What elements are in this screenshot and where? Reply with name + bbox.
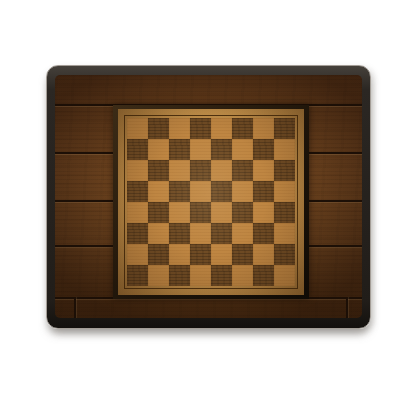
square-d3[interactable] <box>190 223 211 244</box>
square-g4[interactable] <box>253 202 274 223</box>
square-f2[interactable] <box>232 244 253 265</box>
square-b4[interactable] <box>148 202 169 223</box>
plank-seam-right-3 <box>309 245 362 247</box>
plank-seam-right-1 <box>309 152 362 154</box>
square-e8[interactable] <box>211 118 232 139</box>
game-table-photo <box>0 0 416 416</box>
square-d1[interactable] <box>190 265 211 286</box>
square-e6[interactable] <box>211 160 232 181</box>
square-g7[interactable] <box>253 139 274 160</box>
square-b1[interactable] <box>148 265 169 286</box>
square-c5[interactable] <box>169 181 190 202</box>
square-e7[interactable] <box>211 139 232 160</box>
plank-seam-vertical-right <box>346 297 348 318</box>
square-b8[interactable] <box>148 118 169 139</box>
square-d6[interactable] <box>190 160 211 181</box>
square-e3[interactable] <box>211 223 232 244</box>
square-a2[interactable] <box>127 244 148 265</box>
square-g1[interactable] <box>253 265 274 286</box>
square-c3[interactable] <box>169 223 190 244</box>
square-f3[interactable] <box>232 223 253 244</box>
plank-seam-left-2 <box>55 200 113 202</box>
square-c6[interactable] <box>169 160 190 181</box>
square-d7[interactable] <box>190 139 211 160</box>
square-a6[interactable] <box>127 160 148 181</box>
square-a7[interactable] <box>127 139 148 160</box>
square-d5[interactable] <box>190 181 211 202</box>
square-g3[interactable] <box>253 223 274 244</box>
square-c8[interactable] <box>169 118 190 139</box>
board-grid <box>127 118 295 286</box>
square-e4[interactable] <box>211 202 232 223</box>
square-c2[interactable] <box>169 244 190 265</box>
square-d8[interactable] <box>190 118 211 139</box>
square-f6[interactable] <box>232 160 253 181</box>
game-board <box>113 105 309 299</box>
square-a1[interactable] <box>127 265 148 286</box>
square-b7[interactable] <box>148 139 169 160</box>
plank-seam-vertical-left <box>74 297 76 318</box>
square-a3[interactable] <box>127 223 148 244</box>
square-g2[interactable] <box>253 244 274 265</box>
square-b2[interactable] <box>148 244 169 265</box>
board-border <box>118 109 304 295</box>
square-d4[interactable] <box>190 202 211 223</box>
game-table-top <box>46 65 371 329</box>
square-g5[interactable] <box>253 181 274 202</box>
square-e2[interactable] <box>211 244 232 265</box>
square-e5[interactable] <box>211 181 232 202</box>
square-e1[interactable] <box>211 265 232 286</box>
square-h7[interactable] <box>274 139 295 160</box>
square-b5[interactable] <box>148 181 169 202</box>
plank-seam-left-3 <box>55 245 113 247</box>
square-f7[interactable] <box>232 139 253 160</box>
square-d2[interactable] <box>190 244 211 265</box>
square-c1[interactable] <box>169 265 190 286</box>
square-h8[interactable] <box>274 118 295 139</box>
square-a4[interactable] <box>127 202 148 223</box>
square-h2[interactable] <box>274 244 295 265</box>
square-c4[interactable] <box>169 202 190 223</box>
square-a5[interactable] <box>127 181 148 202</box>
plank-seam-right-2 <box>309 200 362 202</box>
square-h6[interactable] <box>274 160 295 181</box>
square-h4[interactable] <box>274 202 295 223</box>
square-b3[interactable] <box>148 223 169 244</box>
square-g6[interactable] <box>253 160 274 181</box>
square-h3[interactable] <box>274 223 295 244</box>
square-f1[interactable] <box>232 265 253 286</box>
square-h5[interactable] <box>274 181 295 202</box>
square-f8[interactable] <box>232 118 253 139</box>
square-c7[interactable] <box>169 139 190 160</box>
square-g8[interactable] <box>253 118 274 139</box>
square-f5[interactable] <box>232 181 253 202</box>
square-b6[interactable] <box>148 160 169 181</box>
square-h1[interactable] <box>274 265 295 286</box>
square-f4[interactable] <box>232 202 253 223</box>
square-a8[interactable] <box>127 118 148 139</box>
plank-seam-left-1 <box>55 152 113 154</box>
